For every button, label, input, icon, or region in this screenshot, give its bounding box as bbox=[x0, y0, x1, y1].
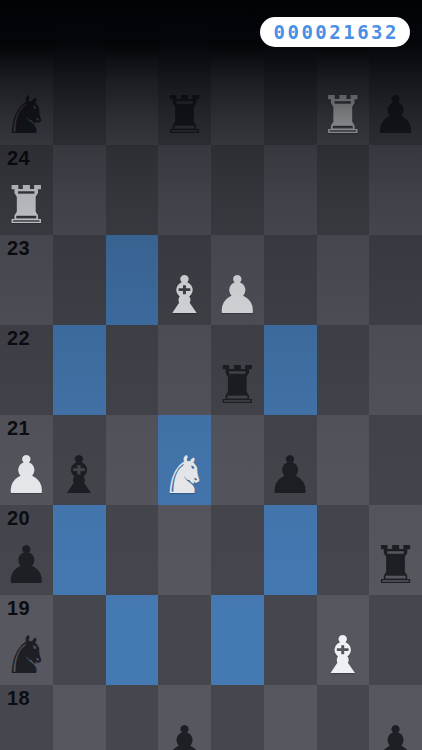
board-cell-r25c4[interactable] bbox=[211, 55, 264, 145]
board-cell-r20c4[interactable] bbox=[211, 505, 264, 595]
board-cell-r24c1[interactable] bbox=[53, 145, 106, 235]
board-cell-r25c5[interactable] bbox=[264, 55, 317, 145]
white-bishop: ♝ bbox=[320, 629, 367, 685]
black-knight: ♞ bbox=[3, 629, 50, 685]
row-label-19: 19 bbox=[7, 597, 30, 620]
board-cell-r19c2[interactable] bbox=[106, 595, 159, 685]
board-cell-r23c7[interactable] bbox=[369, 235, 422, 325]
game-screen: ♞♜♜♟24♜23♝♟22♜21♟♝♞♟20♟♜19♞♝18♟♟ 0000216… bbox=[0, 0, 422, 750]
white-knight: ♞ bbox=[161, 449, 208, 505]
board-cell-r18c6[interactable] bbox=[317, 685, 370, 750]
white-bishop: ♝ bbox=[161, 269, 208, 325]
row-label-21: 21 bbox=[7, 417, 30, 440]
board-cell-r26c2[interactable] bbox=[106, 0, 159, 55]
board-cell-r22c1[interactable] bbox=[53, 325, 106, 415]
board-cell-r22c3[interactable] bbox=[158, 325, 211, 415]
black-bishop: ♝ bbox=[56, 449, 103, 505]
board-cell-r18c2[interactable] bbox=[106, 685, 159, 750]
row-label-23: 23 bbox=[7, 237, 30, 260]
board-cell-r20c2[interactable] bbox=[106, 505, 159, 595]
black-rook: ♜ bbox=[372, 539, 419, 595]
board-cell-r24c0[interactable]: 24♜ bbox=[0, 145, 53, 235]
board-cell-r18c3[interactable]: ♟ bbox=[158, 685, 211, 750]
board-cell-r19c4[interactable] bbox=[211, 595, 264, 685]
white-pawn: ♟ bbox=[214, 269, 261, 325]
board-cell-r21c0[interactable]: 21♟ bbox=[0, 415, 53, 505]
board-cell-r22c0[interactable]: 22 bbox=[0, 325, 53, 415]
board-cell-r25c0[interactable]: ♞ bbox=[0, 55, 53, 145]
board-cell-r22c2[interactable] bbox=[106, 325, 159, 415]
board-cell-r21c3[interactable]: ♞ bbox=[158, 415, 211, 505]
board-cell-r26c3[interactable] bbox=[158, 0, 211, 55]
row-label-18: 18 bbox=[7, 687, 30, 710]
black-pawn: ♟ bbox=[267, 449, 314, 505]
board-cell-r20c7[interactable]: ♜ bbox=[369, 505, 422, 595]
black-rook: ♜ bbox=[161, 89, 208, 145]
board-cell-r24c6[interactable] bbox=[317, 145, 370, 235]
board-cell-r23c2[interactable] bbox=[106, 235, 159, 325]
board-cell-r19c0[interactable]: 19♞ bbox=[0, 595, 53, 685]
board-cell-r24c2[interactable] bbox=[106, 145, 159, 235]
white-pawn: ♟ bbox=[3, 449, 50, 505]
board-cell-r22c5[interactable] bbox=[264, 325, 317, 415]
board-cell-r22c7[interactable] bbox=[369, 325, 422, 415]
board-cell-r18c5[interactable] bbox=[264, 685, 317, 750]
board-cell-r21c6[interactable] bbox=[317, 415, 370, 505]
board-cell-r25c2[interactable] bbox=[106, 55, 159, 145]
board-cell-r26c4[interactable] bbox=[211, 0, 264, 55]
board-cell-r22c6[interactable] bbox=[317, 325, 370, 415]
black-knight: ♞ bbox=[3, 89, 50, 145]
board-cell-r24c7[interactable] bbox=[369, 145, 422, 235]
board-cell-r20c5[interactable] bbox=[264, 505, 317, 595]
board-cell-r18c7[interactable]: ♟ bbox=[369, 685, 422, 750]
score-value: 000021632 bbox=[271, 21, 399, 43]
board-cell-r25c3[interactable]: ♜ bbox=[158, 55, 211, 145]
board-cell-r21c4[interactable] bbox=[211, 415, 264, 505]
white-rook: ♜ bbox=[320, 89, 367, 145]
board-cell-r19c1[interactable] bbox=[53, 595, 106, 685]
row-label-24: 24 bbox=[7, 147, 30, 170]
row-label-22: 22 bbox=[7, 327, 30, 350]
black-pawn: ♟ bbox=[161, 719, 208, 750]
black-rook: ♜ bbox=[214, 359, 261, 415]
board-cell-r25c1[interactable] bbox=[53, 55, 106, 145]
board-cell-r18c4[interactable] bbox=[211, 685, 264, 750]
board-cell-r24c4[interactable] bbox=[211, 145, 264, 235]
board-cell-r21c2[interactable] bbox=[106, 415, 159, 505]
row-label-20: 20 bbox=[7, 507, 30, 530]
board-cell-r23c4[interactable]: ♟ bbox=[211, 235, 264, 325]
board-cell-r19c5[interactable] bbox=[264, 595, 317, 685]
board-cell-r19c7[interactable] bbox=[369, 595, 422, 685]
board-cell-r19c3[interactable] bbox=[158, 595, 211, 685]
board-cell-r21c1[interactable]: ♝ bbox=[53, 415, 106, 505]
board-cell-r26c0[interactable] bbox=[0, 0, 53, 55]
board-cell-r23c6[interactable] bbox=[317, 235, 370, 325]
board-cell-r20c1[interactable] bbox=[53, 505, 106, 595]
board-cell-r19c6[interactable]: ♝ bbox=[317, 595, 370, 685]
black-pawn: ♟ bbox=[3, 539, 50, 595]
black-pawn: ♟ bbox=[372, 719, 419, 750]
board-cell-r21c7[interactable] bbox=[369, 415, 422, 505]
board-cell-r20c0[interactable]: 20♟ bbox=[0, 505, 53, 595]
black-pawn: ♟ bbox=[372, 89, 419, 145]
board-cell-r23c3[interactable]: ♝ bbox=[158, 235, 211, 325]
board-cell-r23c0[interactable]: 23 bbox=[0, 235, 53, 325]
board-cell-r26c1[interactable] bbox=[53, 0, 106, 55]
board-grid: ♞♜♜♟24♜23♝♟22♜21♟♝♞♟20♟♜19♞♝18♟♟ bbox=[0, 0, 422, 750]
board-cell-r23c1[interactable] bbox=[53, 235, 106, 325]
board-cell-r23c5[interactable] bbox=[264, 235, 317, 325]
board-cell-r18c0[interactable]: 18 bbox=[0, 685, 53, 750]
board-cell-r18c1[interactable] bbox=[53, 685, 106, 750]
white-rook: ♜ bbox=[3, 179, 50, 235]
board-cell-r20c3[interactable] bbox=[158, 505, 211, 595]
board-cell-r25c7[interactable]: ♟ bbox=[369, 55, 422, 145]
board-cell-r24c3[interactable] bbox=[158, 145, 211, 235]
score-badge: 000021632 bbox=[260, 17, 410, 47]
board-cell-r20c6[interactable] bbox=[317, 505, 370, 595]
board-cell-r25c6[interactable]: ♜ bbox=[317, 55, 370, 145]
board-cell-r22c4[interactable]: ♜ bbox=[211, 325, 264, 415]
board-cell-r24c5[interactable] bbox=[264, 145, 317, 235]
board-cell-r21c5[interactable]: ♟ bbox=[264, 415, 317, 505]
